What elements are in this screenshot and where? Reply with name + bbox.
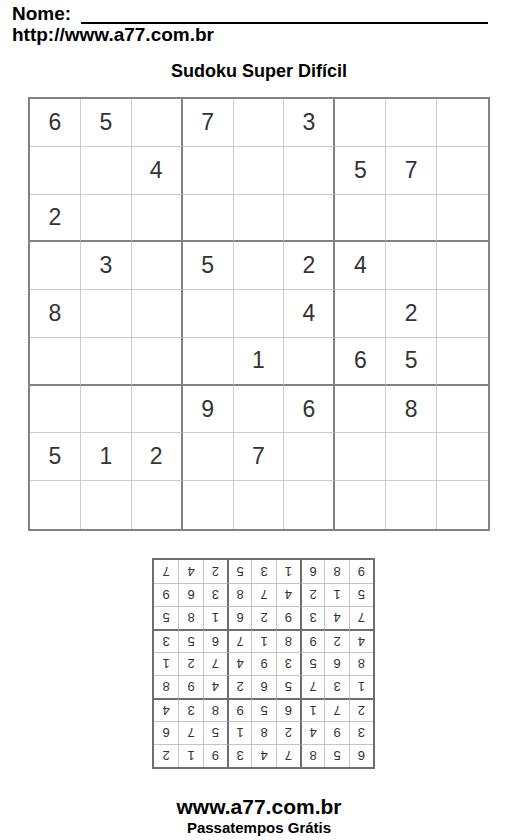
puzzle-cell-r2c7: 5 bbox=[335, 147, 386, 195]
solution-cell-r1c2: 5 bbox=[324, 744, 348, 767]
puzzle-cell-r1c3[interactable] bbox=[132, 99, 183, 147]
solution-cell-r4c2: 3 bbox=[324, 675, 348, 698]
puzzle-cell-r9c9[interactable] bbox=[437, 481, 488, 529]
puzzle-cell-r8c5: 7 bbox=[234, 433, 285, 481]
puzzle-cell-r5c7[interactable] bbox=[335, 290, 386, 338]
puzzle-cell-r4c3[interactable] bbox=[132, 242, 183, 290]
solution-cell-r2c7: 5 bbox=[203, 721, 227, 744]
solution-cell-r2c6: 1 bbox=[227, 721, 251, 744]
puzzle-cell-r8c9[interactable] bbox=[437, 433, 488, 481]
solution-cell-r5c5: 9 bbox=[251, 652, 275, 675]
worksheet-page: Nome: http://www.a77.com.br Sudoku Super… bbox=[0, 0, 518, 840]
solution-cell-r3c6: 9 bbox=[227, 698, 251, 721]
puzzle-cell-r8c3: 2 bbox=[132, 433, 183, 481]
solution-cell-r5c6: 4 bbox=[227, 652, 251, 675]
puzzle-cell-r7c8: 8 bbox=[386, 386, 437, 434]
solution-cell-r3c7: 8 bbox=[203, 698, 227, 721]
puzzle-cell-r5c3[interactable] bbox=[132, 290, 183, 338]
puzzle-cell-r5c9[interactable] bbox=[437, 290, 488, 338]
solution-cell-r9c3: 6 bbox=[300, 560, 324, 583]
puzzle-cell-r6c5: 1 bbox=[234, 338, 285, 386]
solution-cell-r4c1: 1 bbox=[349, 675, 373, 698]
puzzle-cell-r6c7: 6 bbox=[335, 338, 386, 386]
puzzle-cell-r4c4: 5 bbox=[183, 242, 234, 290]
puzzle-cell-r6c4[interactable] bbox=[183, 338, 234, 386]
puzzle-cell-r7c5[interactable] bbox=[234, 386, 285, 434]
puzzle-cell-r8c6[interactable] bbox=[284, 433, 335, 481]
puzzle-cell-r3c4[interactable] bbox=[183, 195, 234, 243]
puzzle-cell-r1c6: 3 bbox=[284, 99, 335, 147]
puzzle-cell-r2c5[interactable] bbox=[234, 147, 285, 195]
solution-cell-r7c3: 3 bbox=[300, 606, 324, 629]
puzzle-cell-r4c2: 3 bbox=[81, 242, 132, 290]
solution-cell-r5c9: 1 bbox=[154, 652, 178, 675]
solution-cell-r8c8: 6 bbox=[178, 583, 202, 606]
puzzle-cell-r7c6: 6 bbox=[284, 386, 335, 434]
puzzle-cell-r2c8: 7 bbox=[386, 147, 437, 195]
solution-cell-r9c8: 4 bbox=[178, 560, 202, 583]
solution-cell-r4c4: 5 bbox=[276, 675, 300, 698]
puzzle-cell-r3c6[interactable] bbox=[284, 195, 335, 243]
solution-cell-r5c7: 7 bbox=[203, 652, 227, 675]
solution-cell-r6c6: 7 bbox=[227, 629, 251, 652]
puzzle-cell-r1c7[interactable] bbox=[335, 99, 386, 147]
sudoku-solution-grid-rotated: 6587439123942815762716598341375624988653… bbox=[152, 558, 375, 769]
name-row: Nome: bbox=[12, 3, 488, 24]
solution-cell-r4c6: 2 bbox=[227, 675, 251, 698]
solution-cell-r8c7: 3 bbox=[203, 583, 227, 606]
solution-cell-r3c9: 4 bbox=[154, 698, 178, 721]
solution-cell-r7c4: 9 bbox=[276, 606, 300, 629]
puzzle-cell-r7c9[interactable] bbox=[437, 386, 488, 434]
solution-cell-r6c1: 4 bbox=[349, 629, 373, 652]
puzzle-cell-r9c7[interactable] bbox=[335, 481, 386, 529]
puzzle-cell-r2c2[interactable] bbox=[81, 147, 132, 195]
solution-cell-r4c3: 7 bbox=[300, 675, 324, 698]
puzzle-cell-r6c8: 5 bbox=[386, 338, 437, 386]
solution-cell-r2c4: 2 bbox=[276, 721, 300, 744]
solution-cell-r5c3: 5 bbox=[300, 652, 324, 675]
puzzle-cell-r9c4[interactable] bbox=[183, 481, 234, 529]
puzzle-cell-r2c9[interactable] bbox=[437, 147, 488, 195]
solution-cell-r5c8: 2 bbox=[178, 652, 202, 675]
puzzle-cell-r3c9[interactable] bbox=[437, 195, 488, 243]
puzzle-cell-r7c4: 9 bbox=[183, 386, 234, 434]
solution-cell-r1c3: 8 bbox=[300, 744, 324, 767]
puzzle-cell-r9c6[interactable] bbox=[284, 481, 335, 529]
puzzle-cell-r1c8[interactable] bbox=[386, 99, 437, 147]
puzzle-cell-r3c3[interactable] bbox=[132, 195, 183, 243]
solution-cell-r9c6: 5 bbox=[227, 560, 251, 583]
solution-cell-r9c7: 2 bbox=[203, 560, 227, 583]
puzzle-cell-r3c5[interactable] bbox=[234, 195, 285, 243]
solution-cell-r8c2: 1 bbox=[324, 583, 348, 606]
puzzle-cell-r8c7[interactable] bbox=[335, 433, 386, 481]
solution-cell-r1c4: 7 bbox=[276, 744, 300, 767]
solution-cell-r7c9: 5 bbox=[154, 606, 178, 629]
puzzle-cell-r7c2[interactable] bbox=[81, 386, 132, 434]
puzzle-cell-r4c7: 4 bbox=[335, 242, 386, 290]
solution-cell-r2c5: 8 bbox=[251, 721, 275, 744]
puzzle-cell-r2c1[interactable] bbox=[30, 147, 81, 195]
solution-cell-r3c5: 5 bbox=[251, 698, 275, 721]
puzzle-cell-r3c7[interactable] bbox=[335, 195, 386, 243]
puzzle-cell-r6c2[interactable] bbox=[81, 338, 132, 386]
name-label: Nome: bbox=[12, 3, 71, 24]
solution-cell-r6c9: 3 bbox=[154, 629, 178, 652]
puzzle-cell-r8c8[interactable] bbox=[386, 433, 437, 481]
solution-cell-r9c5: 3 bbox=[251, 560, 275, 583]
puzzle-cell-r5c8: 2 bbox=[386, 290, 437, 338]
puzzle-cell-r1c1: 6 bbox=[30, 99, 81, 147]
puzzle-cell-r2c3: 4 bbox=[132, 147, 183, 195]
solution-cell-r9c4: 1 bbox=[276, 560, 300, 583]
puzzle-cell-r4c1[interactable] bbox=[30, 242, 81, 290]
solution-cell-r5c1: 8 bbox=[349, 652, 373, 675]
puzzle-cell-r8c4[interactable] bbox=[183, 433, 234, 481]
solution-cell-r8c3: 2 bbox=[300, 583, 324, 606]
solution-cell-r7c2: 4 bbox=[324, 606, 348, 629]
puzzle-cell-r6c3[interactable] bbox=[132, 338, 183, 386]
solution-cell-r6c2: 2 bbox=[324, 629, 348, 652]
solution-cell-r9c1: 9 bbox=[349, 560, 373, 583]
solution-cell-r2c8: 7 bbox=[178, 721, 202, 744]
solution-cell-r6c4: 8 bbox=[276, 629, 300, 652]
puzzle-cell-r1c2: 5 bbox=[81, 99, 132, 147]
solution-cell-r4c9: 8 bbox=[154, 675, 178, 698]
solution-cell-r2c9: 6 bbox=[154, 721, 178, 744]
solution-cell-r2c2: 9 bbox=[324, 721, 348, 744]
solution-cell-r2c1: 3 bbox=[349, 721, 373, 744]
puzzle-cell-r4c8[interactable] bbox=[386, 242, 437, 290]
solution-cell-r6c5: 1 bbox=[251, 629, 275, 652]
puzzle-cell-r6c9[interactable] bbox=[437, 338, 488, 386]
puzzle-cell-r8c1: 5 bbox=[30, 433, 81, 481]
sudoku-puzzle-grid[interactable]: 6573457235248421659685127 bbox=[28, 97, 490, 531]
puzzle-cell-r9c1[interactable] bbox=[30, 481, 81, 529]
solution-cell-r9c9: 7 bbox=[154, 560, 178, 583]
solution-cell-r8c5: 7 bbox=[251, 583, 275, 606]
name-fill-line[interactable] bbox=[81, 7, 488, 24]
puzzle-cell-r1c5[interactable] bbox=[234, 99, 285, 147]
solution-cell-r7c7: 1 bbox=[203, 606, 227, 629]
site-url: http://www.a77.com.br bbox=[12, 24, 214, 46]
solution-cell-r6c7: 6 bbox=[203, 629, 227, 652]
puzzle-cell-r4c5[interactable] bbox=[234, 242, 285, 290]
solution-cell-r2c3: 4 bbox=[300, 721, 324, 744]
solution-cell-r3c4: 6 bbox=[276, 698, 300, 721]
puzzle-cell-r5c4[interactable] bbox=[183, 290, 234, 338]
puzzle-cell-r5c5[interactable] bbox=[234, 290, 285, 338]
solution-cell-r1c5: 4 bbox=[251, 744, 275, 767]
puzzle-cell-r9c2[interactable] bbox=[81, 481, 132, 529]
puzzle-cell-r4c6: 2 bbox=[284, 242, 335, 290]
puzzle-cell-r9c8[interactable] bbox=[386, 481, 437, 529]
solution-cell-r1c9: 2 bbox=[154, 744, 178, 767]
puzzle-cell-r8c2: 1 bbox=[81, 433, 132, 481]
puzzle-cell-r3c1: 2 bbox=[30, 195, 81, 243]
puzzle-cell-r5c6: 4 bbox=[284, 290, 335, 338]
solution-cell-r5c2: 6 bbox=[324, 652, 348, 675]
puzzle-cell-r7c1[interactable] bbox=[30, 386, 81, 434]
solution-cell-r7c6: 6 bbox=[227, 606, 251, 629]
solution-cell-r3c8: 3 bbox=[178, 698, 202, 721]
puzzle-cell-r5c2[interactable] bbox=[81, 290, 132, 338]
solution-cell-r1c6: 3 bbox=[227, 744, 251, 767]
solution-cell-r4c7: 4 bbox=[203, 675, 227, 698]
puzzle-cell-r3c2[interactable] bbox=[81, 195, 132, 243]
solution-cell-r8c9: 9 bbox=[154, 583, 178, 606]
solution-cell-r9c2: 8 bbox=[324, 560, 348, 583]
puzzle-cell-r1c9[interactable] bbox=[437, 99, 488, 147]
puzzle-cell-r6c1[interactable] bbox=[30, 338, 81, 386]
solution-cell-r1c8: 1 bbox=[178, 744, 202, 767]
solution-cell-r7c5: 2 bbox=[251, 606, 275, 629]
solution-cell-r8c6: 8 bbox=[227, 583, 251, 606]
puzzle-title: Sudoku Super Difícil bbox=[0, 61, 518, 82]
solution-cell-r5c4: 3 bbox=[276, 652, 300, 675]
puzzle-cell-r5c1: 8 bbox=[30, 290, 81, 338]
puzzle-cell-r9c5[interactable] bbox=[234, 481, 285, 529]
footer-tagline: Passatempos Grátis bbox=[0, 819, 518, 836]
solution-cell-r4c5: 6 bbox=[251, 675, 275, 698]
puzzle-cell-r9c3[interactable] bbox=[132, 481, 183, 529]
puzzle-cell-r3c8[interactable] bbox=[386, 195, 437, 243]
solution-cell-r6c3: 9 bbox=[300, 629, 324, 652]
solution-cell-r3c3: 1 bbox=[300, 698, 324, 721]
solution-cell-r7c1: 7 bbox=[349, 606, 373, 629]
puzzle-cell-r4c9[interactable] bbox=[437, 242, 488, 290]
puzzle-cell-r1c4: 7 bbox=[183, 99, 234, 147]
solution-cell-r8c1: 5 bbox=[349, 583, 373, 606]
puzzle-cell-r7c3[interactable] bbox=[132, 386, 183, 434]
solution-cell-r6c8: 5 bbox=[178, 629, 202, 652]
solution-cell-r1c7: 9 bbox=[203, 744, 227, 767]
puzzle-cell-r2c4[interactable] bbox=[183, 147, 234, 195]
solution-cell-r7c8: 8 bbox=[178, 606, 202, 629]
solution-cell-r3c1: 2 bbox=[349, 698, 373, 721]
solution-cell-r4c8: 9 bbox=[178, 675, 202, 698]
solution-cell-r8c4: 4 bbox=[276, 583, 300, 606]
solution-cell-r1c1: 6 bbox=[349, 744, 373, 767]
puzzle-cell-r6c6[interactable] bbox=[284, 338, 335, 386]
puzzle-cell-r2c6[interactable] bbox=[284, 147, 335, 195]
puzzle-cell-r7c7[interactable] bbox=[335, 386, 386, 434]
solution-cell-r3c2: 7 bbox=[324, 698, 348, 721]
footer-site: www.a77.com.br bbox=[0, 795, 518, 819]
